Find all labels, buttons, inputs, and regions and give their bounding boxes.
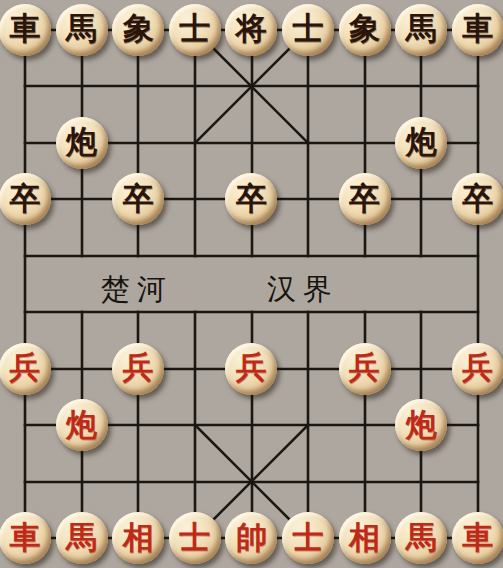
black-soldier-glyph: 卒: [349, 183, 380, 214]
black-general[interactable]: 将: [225, 4, 277, 56]
black-horse-glyph: 馬: [406, 13, 437, 44]
red-elephant[interactable]: 相: [339, 512, 391, 564]
black-cannon[interactable]: 炮: [395, 117, 447, 169]
red-cannon-glyph: 炮: [406, 409, 437, 440]
black-soldier-glyph: 卒: [462, 183, 493, 214]
black-elephant-glyph: 象: [123, 13, 154, 44]
red-elephant-glyph: 相: [123, 522, 154, 553]
black-general-glyph: 将: [236, 13, 267, 44]
red-advisor-glyph: 士: [292, 522, 323, 553]
black-elephant[interactable]: 象: [339, 4, 391, 56]
red-soldier-glyph: 兵: [236, 352, 267, 383]
black-horse-glyph: 馬: [66, 13, 97, 44]
xiangqi-board: 楚河 汉界 車馬象士将士象馬車炮炮卒卒卒卒卒兵兵兵兵兵炮炮車馬相士帥士相馬車: [0, 0, 503, 568]
red-soldier[interactable]: 兵: [0, 343, 51, 395]
red-cannon[interactable]: 炮: [395, 399, 447, 451]
black-elephant-glyph: 象: [349, 13, 380, 44]
black-cannon-glyph: 炮: [66, 126, 97, 157]
black-elephant[interactable]: 象: [112, 4, 164, 56]
red-elephant-glyph: 相: [349, 522, 380, 553]
red-soldier-glyph: 兵: [10, 352, 41, 383]
red-horse-glyph: 馬: [406, 522, 437, 553]
red-chariot-glyph: 車: [10, 522, 41, 553]
red-general-glyph: 帥: [236, 522, 267, 553]
black-cannon[interactable]: 炮: [56, 117, 108, 169]
red-chariot[interactable]: 車: [452, 512, 503, 564]
black-chariot-glyph: 車: [10, 13, 41, 44]
red-soldier[interactable]: 兵: [339, 343, 391, 395]
black-soldier[interactable]: 卒: [112, 173, 164, 225]
red-soldier-glyph: 兵: [462, 352, 493, 383]
black-advisor-glyph: 士: [292, 13, 323, 44]
red-soldier-glyph: 兵: [123, 352, 154, 383]
river-label-chu-he: 楚河: [101, 270, 173, 310]
black-advisor-glyph: 士: [179, 13, 210, 44]
black-soldier[interactable]: 卒: [0, 173, 51, 225]
red-horse[interactable]: 馬: [395, 512, 447, 564]
black-horse[interactable]: 馬: [56, 4, 108, 56]
black-advisor[interactable]: 士: [282, 4, 334, 56]
black-soldier[interactable]: 卒: [225, 173, 277, 225]
red-advisor[interactable]: 士: [282, 512, 334, 564]
black-cannon-glyph: 炮: [406, 126, 437, 157]
black-chariot-glyph: 車: [462, 13, 493, 44]
black-chariot[interactable]: 車: [0, 4, 51, 56]
red-soldier[interactable]: 兵: [225, 343, 277, 395]
black-chariot[interactable]: 車: [452, 4, 503, 56]
red-advisor-glyph: 士: [179, 522, 210, 553]
red-horse[interactable]: 馬: [56, 512, 108, 564]
red-chariot-glyph: 車: [462, 522, 493, 553]
red-horse-glyph: 馬: [66, 522, 97, 553]
pieces-layer: 車馬象士将士象馬車炮炮卒卒卒卒卒兵兵兵兵兵炮炮車馬相士帥士相馬車: [0, 2, 503, 567]
red-cannon-glyph: 炮: [66, 409, 97, 440]
black-soldier-glyph: 卒: [10, 183, 41, 214]
red-cannon[interactable]: 炮: [56, 399, 108, 451]
red-soldier-glyph: 兵: [349, 352, 380, 383]
red-soldier[interactable]: 兵: [112, 343, 164, 395]
black-horse[interactable]: 馬: [395, 4, 447, 56]
black-soldier[interactable]: 卒: [339, 173, 391, 225]
black-soldier-glyph: 卒: [236, 183, 267, 214]
red-soldier[interactable]: 兵: [452, 343, 503, 395]
river-label-han-jie: 汉界: [267, 270, 339, 310]
red-general[interactable]: 帥: [225, 512, 277, 564]
black-soldier-glyph: 卒: [123, 183, 154, 214]
red-chariot[interactable]: 車: [0, 512, 51, 564]
black-soldier[interactable]: 卒: [452, 173, 503, 225]
red-elephant[interactable]: 相: [112, 512, 164, 564]
black-advisor[interactable]: 士: [169, 4, 221, 56]
red-advisor[interactable]: 士: [169, 512, 221, 564]
